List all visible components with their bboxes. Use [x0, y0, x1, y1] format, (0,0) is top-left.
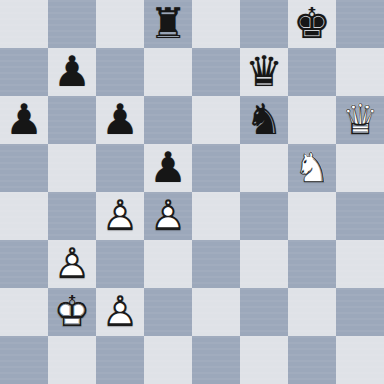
square-f5[interactable] [240, 144, 288, 192]
square-e5[interactable] [192, 144, 240, 192]
square-f3[interactable] [240, 240, 288, 288]
white-king-icon: ♚♔ [53, 288, 91, 336]
square-g1[interactable] [288, 336, 336, 384]
square-b8[interactable] [48, 0, 96, 48]
black-pawn-icon: ♟ [53, 48, 91, 96]
white-queen-icon: ♛♕ [341, 96, 379, 144]
square-d5[interactable]: ♟ [144, 144, 192, 192]
square-g5[interactable]: ♞♘ [288, 144, 336, 192]
square-e4[interactable] [192, 192, 240, 240]
square-b6[interactable] [48, 96, 96, 144]
square-c1[interactable] [96, 336, 144, 384]
square-f1[interactable] [240, 336, 288, 384]
square-a5[interactable] [0, 144, 48, 192]
white-pawn-icon-outline: ♙ [149, 192, 187, 240]
square-a8[interactable] [0, 0, 48, 48]
white-pawn-icon: ♟♙ [149, 192, 187, 240]
square-g4[interactable] [288, 192, 336, 240]
white-pawn-icon-outline: ♙ [101, 288, 139, 336]
square-e1[interactable] [192, 336, 240, 384]
square-f4[interactable] [240, 192, 288, 240]
square-d7[interactable] [144, 48, 192, 96]
square-e2[interactable] [192, 288, 240, 336]
square-e3[interactable] [192, 240, 240, 288]
square-d3[interactable] [144, 240, 192, 288]
white-pawn-icon: ♟♙ [101, 288, 139, 336]
square-a1[interactable] [0, 336, 48, 384]
square-d8[interactable]: ♜ [144, 0, 192, 48]
square-c4[interactable]: ♟♙ [96, 192, 144, 240]
square-b7[interactable]: ♟ [48, 48, 96, 96]
white-pawn-icon: ♟♙ [53, 240, 91, 288]
square-b4[interactable] [48, 192, 96, 240]
square-c2[interactable]: ♟♙ [96, 288, 144, 336]
square-f6[interactable]: ♞ [240, 96, 288, 144]
black-pawn-icon: ♟ [149, 144, 187, 192]
square-e7[interactable] [192, 48, 240, 96]
square-h7[interactable] [336, 48, 384, 96]
square-e6[interactable] [192, 96, 240, 144]
square-a2[interactable] [0, 288, 48, 336]
square-h8[interactable] [336, 0, 384, 48]
white-queen-icon-outline: ♕ [341, 96, 379, 144]
square-a6[interactable]: ♟ [0, 96, 48, 144]
square-f8[interactable] [240, 0, 288, 48]
square-d4[interactable]: ♟♙ [144, 192, 192, 240]
square-d2[interactable] [144, 288, 192, 336]
square-c6[interactable]: ♟ [96, 96, 144, 144]
chess-board: ♜♚♟♛♟♟♞♛♕♟♞♘♟♙♟♙♟♙♚♔♟♙ [0, 0, 384, 384]
square-h2[interactable] [336, 288, 384, 336]
white-knight-icon: ♞♘ [293, 144, 331, 192]
square-g8[interactable]: ♚ [288, 0, 336, 48]
square-h5[interactable] [336, 144, 384, 192]
square-h1[interactable] [336, 336, 384, 384]
black-queen-icon: ♛ [245, 48, 283, 96]
square-g6[interactable] [288, 96, 336, 144]
square-b5[interactable] [48, 144, 96, 192]
square-g3[interactable] [288, 240, 336, 288]
square-c3[interactable] [96, 240, 144, 288]
square-c7[interactable] [96, 48, 144, 96]
black-pawn-icon: ♟ [5, 96, 43, 144]
square-h4[interactable] [336, 192, 384, 240]
square-h6[interactable]: ♛♕ [336, 96, 384, 144]
square-d6[interactable] [144, 96, 192, 144]
square-h3[interactable] [336, 240, 384, 288]
square-b1[interactable] [48, 336, 96, 384]
square-c8[interactable] [96, 0, 144, 48]
white-knight-icon-outline: ♘ [293, 144, 331, 192]
square-g2[interactable] [288, 288, 336, 336]
square-f7[interactable]: ♛ [240, 48, 288, 96]
square-c5[interactable] [96, 144, 144, 192]
black-knight-icon: ♞ [245, 96, 283, 144]
black-pawn-icon: ♟ [101, 96, 139, 144]
white-king-icon-outline: ♔ [53, 288, 91, 336]
square-b3[interactable]: ♟♙ [48, 240, 96, 288]
square-d1[interactable] [144, 336, 192, 384]
square-e8[interactable] [192, 0, 240, 48]
black-rook-icon: ♜ [149, 0, 187, 48]
white-pawn-icon-outline: ♙ [101, 192, 139, 240]
square-a3[interactable] [0, 240, 48, 288]
white-pawn-icon: ♟♙ [101, 192, 139, 240]
square-b2[interactable]: ♚♔ [48, 288, 96, 336]
square-g7[interactable] [288, 48, 336, 96]
black-king-icon: ♚ [293, 0, 331, 48]
white-pawn-icon-outline: ♙ [53, 240, 91, 288]
square-a7[interactable] [0, 48, 48, 96]
square-a4[interactable] [0, 192, 48, 240]
square-f2[interactable] [240, 288, 288, 336]
